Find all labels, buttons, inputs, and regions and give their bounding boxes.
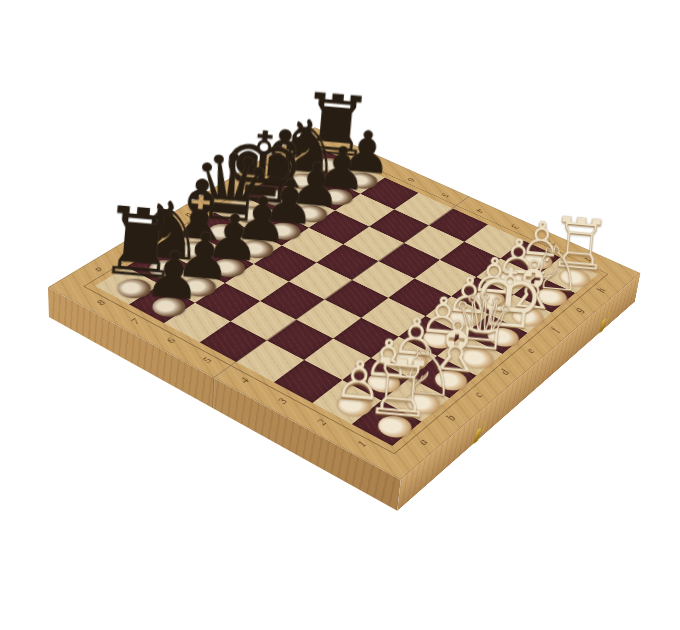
scene: 88aa77bb66cc55dd44ee33ff22gg11hh ♜♞♝♛♚♝♞…: [0, 0, 680, 630]
brass-clasp-right: [599, 317, 607, 333]
camera-roll-wrapper: 88aa77bb66cc55dd44ee33ff22gg11hh ♜♞♝♛♚♝♞…: [0, 0, 680, 630]
fold-seam-side: [212, 377, 215, 408]
piece-black-pawn-a7: ♟: [129, 240, 217, 311]
chess-board: 88aa77bb66cc55dd44ee33ff22gg11hh ♜♞♝♛♚♝♞…: [48, 127, 640, 480]
board-top-face: 88aa77bb66cc55dd44ee33ff22gg11hh ♜♞♝♛♚♝♞…: [48, 127, 640, 480]
piece-white-rook-a1: ♖: [351, 346, 447, 431]
brass-clasp-left: [473, 427, 482, 444]
product-photo: 88aa77bb66cc55dd44ee33ff22gg11hh ♜♞♝♛♚♝♞…: [0, 0, 680, 630]
